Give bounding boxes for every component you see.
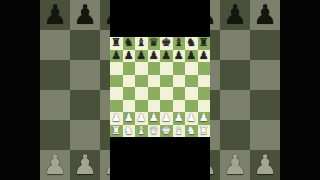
board-square-h6[interactable]: [198, 62, 211, 75]
background-square-a6: [40, 30, 70, 60]
board-square-f5[interactable]: [173, 75, 186, 88]
board-square-c4[interactable]: [135, 87, 148, 100]
board-square-c8[interactable]: ♝: [135, 37, 148, 50]
background-square-g4: [220, 90, 250, 120]
piece-white-knight[interactable]: ♞: [186, 125, 196, 138]
piece-white-king[interactable]: ♚: [161, 125, 171, 138]
board-square-e6[interactable]: [160, 62, 173, 75]
background-white-pawn: ♟: [43, 150, 67, 180]
board-square-d1[interactable]: ♛: [148, 125, 161, 138]
piece-black-pawn[interactable]: ♟: [186, 50, 196, 63]
board-square-a5[interactable]: [110, 75, 123, 88]
piece-black-knight[interactable]: ♞: [186, 37, 196, 50]
board-square-a4[interactable]: [110, 87, 123, 100]
board-square-a8[interactable]: ♜: [110, 37, 123, 50]
board-square-e7[interactable]: ♟: [160, 50, 173, 63]
video-column: ♜♞♝♛♚♝♞♜♟♟♟♟♟♟♟♟♟♟♟♟♟♟♟♟♜♞♝♛♚♝♞♜: [110, 0, 210, 180]
background-square-b2: ♟: [70, 150, 100, 180]
background-square-h2: ♟: [250, 150, 280, 180]
board-square-c6[interactable]: [135, 62, 148, 75]
piece-black-pawn[interactable]: ♟: [124, 50, 134, 63]
background-white-pawn: ♟: [73, 150, 97, 180]
board-square-g8[interactable]: ♞: [185, 37, 198, 50]
board-square-a2[interactable]: ♟: [110, 112, 123, 125]
piece-white-queen[interactable]: ♛: [149, 125, 159, 138]
board-square-c3[interactable]: [135, 100, 148, 113]
board-square-g7[interactable]: ♟: [185, 50, 198, 63]
background-square-b5: [70, 60, 100, 90]
board-square-d7[interactable]: ♟: [148, 50, 161, 63]
background-white-pawn: ♟: [253, 150, 277, 180]
piece-white-pawn[interactable]: ♟: [149, 112, 159, 125]
board-square-g4[interactable]: [185, 87, 198, 100]
letterbox-top: [110, 0, 210, 37]
board-square-g1[interactable]: ♞: [185, 125, 198, 138]
piece-black-rook[interactable]: ♜: [111, 37, 121, 50]
board-square-h5[interactable]: [198, 75, 211, 88]
background-square-a5: [40, 60, 70, 90]
board-square-f4[interactable]: [173, 87, 186, 100]
board-square-d8[interactable]: ♛: [148, 37, 161, 50]
board-square-b8[interactable]: ♞: [123, 37, 136, 50]
board-square-e8[interactable]: ♚: [160, 37, 173, 50]
board-square-c2[interactable]: ♟: [135, 112, 148, 125]
piece-white-bishop[interactable]: ♝: [174, 125, 184, 138]
background-square-b3: [70, 120, 100, 150]
board-square-f2[interactable]: ♟: [173, 112, 186, 125]
background-square-g7: ♟: [220, 0, 250, 30]
background-black-pawn: ♟: [253, 0, 277, 30]
background-square-b6: [70, 30, 100, 60]
board-square-e5[interactable]: [160, 75, 173, 88]
piece-black-bishop[interactable]: ♝: [174, 37, 184, 50]
piece-white-pawn[interactable]: ♟: [186, 112, 196, 125]
background-square-h5: [250, 60, 280, 90]
board-square-h4[interactable]: [198, 87, 211, 100]
piece-black-bishop[interactable]: ♝: [136, 37, 146, 50]
board-square-d5[interactable]: [148, 75, 161, 88]
video-frame: ♟♟♟♟♟♟♟♟♟♟♟♟♟♟♟♟ ♜♞♝♛♚♝♞♜♟♟♟♟♟♟♟♟♟♟♟♟♟♟♟…: [0, 0, 320, 180]
background-square-a3: [40, 120, 70, 150]
piece-white-bishop[interactable]: ♝: [136, 125, 146, 138]
piece-white-pawn[interactable]: ♟: [124, 112, 134, 125]
board-square-b5[interactable]: [123, 75, 136, 88]
piece-white-pawn[interactable]: ♟: [199, 112, 209, 125]
background-square-a7: ♟: [40, 0, 70, 30]
board-square-b7[interactable]: ♟: [123, 50, 136, 63]
board-square-c7[interactable]: ♟: [135, 50, 148, 63]
piece-white-rook[interactable]: ♜: [111, 125, 121, 138]
background-square-g3: [220, 120, 250, 150]
background-square-g6: [220, 30, 250, 60]
board-square-d2[interactable]: ♟: [148, 112, 161, 125]
board-square-f1[interactable]: ♝: [173, 125, 186, 138]
board-square-f8[interactable]: ♝: [173, 37, 186, 50]
background-square-a2: ♟: [40, 150, 70, 180]
board-square-b6[interactable]: [123, 62, 136, 75]
background-square-g5: [220, 60, 250, 90]
background-square-b4: [70, 90, 100, 120]
background-square-h4: [250, 90, 280, 120]
board-square-a3[interactable]: [110, 100, 123, 113]
board-square-b3[interactable]: [123, 100, 136, 113]
board-square-g2[interactable]: ♟: [185, 112, 198, 125]
piece-black-knight[interactable]: ♞: [124, 37, 134, 50]
background-black-pawn: ♟: [43, 0, 67, 30]
background-black-pawn: ♟: [223, 0, 247, 30]
board-square-g6[interactable]: [185, 62, 198, 75]
piece-black-pawn[interactable]: ♟: [161, 50, 171, 63]
board-square-h1[interactable]: ♜: [198, 125, 211, 138]
board-square-g5[interactable]: [185, 75, 198, 88]
background-square-h3: [250, 120, 280, 150]
board-square-d3[interactable]: [148, 100, 161, 113]
piece-black-queen[interactable]: ♛: [149, 37, 159, 50]
board-square-b4[interactable]: [123, 87, 136, 100]
board-square-h3[interactable]: [198, 100, 211, 113]
piece-black-pawn[interactable]: ♟: [149, 50, 159, 63]
piece-black-pawn[interactable]: ♟: [136, 50, 146, 63]
board-square-e4[interactable]: [160, 87, 173, 100]
board-square-a7[interactable]: ♟: [110, 50, 123, 63]
piece-black-rook[interactable]: ♜: [199, 37, 209, 50]
background-black-pawn: ♟: [73, 0, 97, 30]
board-square-c5[interactable]: [135, 75, 148, 88]
board-square-h2[interactable]: ♟: [198, 112, 211, 125]
board-square-f6[interactable]: [173, 62, 186, 75]
board-square-d6[interactable]: [148, 62, 161, 75]
piece-white-knight[interactable]: ♞: [124, 125, 134, 138]
board-square-f3[interactable]: [173, 100, 186, 113]
piece-white-pawn[interactable]: ♟: [161, 112, 171, 125]
board-square-e1[interactable]: ♚: [160, 125, 173, 138]
background-square-a4: [40, 90, 70, 120]
piece-black-pawn[interactable]: ♟: [199, 50, 209, 63]
background-white-pawn: ♟: [223, 150, 247, 180]
piece-white-pawn[interactable]: ♟: [174, 112, 184, 125]
piece-black-king[interactable]: ♚: [161, 37, 171, 50]
background-square-g2: ♟: [220, 150, 250, 180]
piece-white-pawn[interactable]: ♟: [136, 112, 146, 125]
piece-white-rook[interactable]: ♜: [199, 125, 209, 138]
piece-black-pawn[interactable]: ♟: [174, 50, 184, 63]
board-square-b2[interactable]: ♟: [123, 112, 136, 125]
background-square-b7: ♟: [70, 0, 100, 30]
board-square-e3[interactable]: [160, 100, 173, 113]
board-square-h7[interactable]: ♟: [198, 50, 211, 63]
board-square-d4[interactable]: [148, 87, 161, 100]
piece-white-pawn[interactable]: ♟: [111, 112, 121, 125]
board-square-f7[interactable]: ♟: [173, 50, 186, 63]
board-square-g3[interactable]: [185, 100, 198, 113]
background-square-h6: [250, 30, 280, 60]
board-square-a1[interactable]: ♜: [110, 125, 123, 138]
board-square-b1[interactable]: ♞: [123, 125, 136, 138]
chess-board[interactable]: ♜♞♝♛♚♝♞♜♟♟♟♟♟♟♟♟♟♟♟♟♟♟♟♟♜♞♝♛♚♝♞♜: [110, 37, 210, 137]
background-square-h7: ♟: [250, 0, 280, 30]
board-square-c1[interactable]: ♝: [135, 125, 148, 138]
board-square-e2[interactable]: ♟: [160, 112, 173, 125]
board-square-h8[interactable]: ♜: [198, 37, 211, 50]
board-square-a6[interactable]: [110, 62, 123, 75]
piece-black-pawn[interactable]: ♟: [111, 50, 121, 63]
letterbox-bottom: [110, 137, 210, 180]
